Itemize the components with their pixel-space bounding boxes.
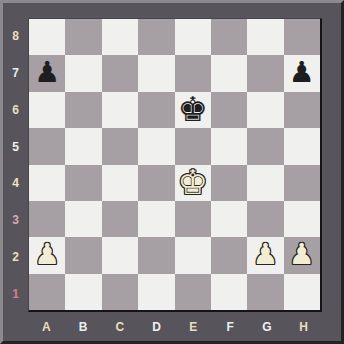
- square-a3[interactable]: [29, 201, 65, 237]
- chess-board[interactable]: ♟♟♚♚♟♟♟: [28, 18, 322, 312]
- square-b3[interactable]: [65, 201, 101, 237]
- square-g6[interactable]: [247, 92, 283, 128]
- square-d4[interactable]: [138, 165, 174, 201]
- square-e2[interactable]: [175, 237, 211, 273]
- square-g1[interactable]: [247, 274, 283, 310]
- square-a6[interactable]: [29, 92, 65, 128]
- rank-label-2: 2: [3, 239, 28, 276]
- file-label-f: F: [212, 314, 249, 339]
- square-d8[interactable]: [138, 19, 174, 55]
- square-a8[interactable]: [29, 19, 65, 55]
- square-h4[interactable]: [284, 165, 320, 201]
- square-c2[interactable]: [102, 237, 138, 273]
- black-pawn[interactable]: ♟: [289, 58, 315, 87]
- square-c5[interactable]: [102, 128, 138, 164]
- file-label-a: A: [28, 314, 65, 339]
- chess-diagram-frame: 87654321 ♟♟♚♚♟♟♟ ABCDEFGH: [0, 0, 344, 344]
- square-d6[interactable]: [138, 92, 174, 128]
- square-a7[interactable]: ♟: [29, 55, 65, 91]
- square-c8[interactable]: [102, 19, 138, 55]
- rank-label-3: 3: [3, 202, 28, 239]
- rank-label-5: 5: [3, 128, 28, 165]
- square-e8[interactable]: [175, 19, 211, 55]
- square-f4[interactable]: [211, 165, 247, 201]
- square-b4[interactable]: [65, 165, 101, 201]
- white-pawn[interactable]: ♟: [252, 240, 278, 269]
- square-a5[interactable]: [29, 128, 65, 164]
- square-a2[interactable]: ♟: [29, 237, 65, 273]
- square-d3[interactable]: [138, 201, 174, 237]
- white-pawn[interactable]: ♟: [34, 240, 60, 269]
- rank-label-7: 7: [3, 55, 28, 92]
- file-label-d: D: [138, 314, 175, 339]
- square-h1[interactable]: [284, 274, 320, 310]
- square-e3[interactable]: [175, 201, 211, 237]
- square-c6[interactable]: [102, 92, 138, 128]
- square-b6[interactable]: [65, 92, 101, 128]
- square-g4[interactable]: [247, 165, 283, 201]
- file-label-b: B: [65, 314, 102, 339]
- square-b8[interactable]: [65, 19, 101, 55]
- square-f6[interactable]: [211, 92, 247, 128]
- square-f2[interactable]: [211, 237, 247, 273]
- square-c7[interactable]: [102, 55, 138, 91]
- square-h3[interactable]: [284, 201, 320, 237]
- black-pawn[interactable]: ♟: [34, 58, 60, 87]
- square-c4[interactable]: [102, 165, 138, 201]
- square-c1[interactable]: [102, 274, 138, 310]
- file-label-c: C: [102, 314, 139, 339]
- square-a4[interactable]: [29, 165, 65, 201]
- file-label-g: G: [249, 314, 286, 339]
- square-b1[interactable]: [65, 274, 101, 310]
- square-d1[interactable]: [138, 274, 174, 310]
- square-h7[interactable]: ♟: [284, 55, 320, 91]
- square-e6[interactable]: ♚: [175, 92, 211, 128]
- square-e7[interactable]: [175, 55, 211, 91]
- square-f3[interactable]: [211, 201, 247, 237]
- square-c3[interactable]: [102, 201, 138, 237]
- square-e4[interactable]: ♚: [175, 165, 211, 201]
- file-label-e: E: [175, 314, 212, 339]
- rank-label-8: 8: [3, 18, 28, 55]
- square-d5[interactable]: [138, 128, 174, 164]
- white-pawn[interactable]: ♟: [289, 240, 315, 269]
- rank-label-6: 6: [3, 92, 28, 129]
- square-h8[interactable]: [284, 19, 320, 55]
- rank-label-4: 4: [3, 165, 28, 202]
- square-g7[interactable]: [247, 55, 283, 91]
- white-king[interactable]: ♚: [177, 165, 207, 199]
- square-g8[interactable]: [247, 19, 283, 55]
- file-label-h: H: [285, 314, 322, 339]
- square-a1[interactable]: [29, 274, 65, 310]
- square-h2[interactable]: ♟: [284, 237, 320, 273]
- black-king[interactable]: ♚: [177, 92, 207, 126]
- square-f7[interactable]: [211, 55, 247, 91]
- rank-labels: 87654321: [3, 18, 28, 312]
- square-f5[interactable]: [211, 128, 247, 164]
- square-f1[interactable]: [211, 274, 247, 310]
- rank-label-1: 1: [3, 275, 28, 312]
- square-b2[interactable]: [65, 237, 101, 273]
- square-h6[interactable]: [284, 92, 320, 128]
- square-e5[interactable]: [175, 128, 211, 164]
- square-g2[interactable]: ♟: [247, 237, 283, 273]
- square-e1[interactable]: [175, 274, 211, 310]
- square-d2[interactable]: [138, 237, 174, 273]
- square-d7[interactable]: [138, 55, 174, 91]
- square-g3[interactable]: [247, 201, 283, 237]
- square-h5[interactable]: [284, 128, 320, 164]
- file-labels: ABCDEFGH: [28, 314, 322, 339]
- square-b7[interactable]: [65, 55, 101, 91]
- square-f8[interactable]: [211, 19, 247, 55]
- square-g5[interactable]: [247, 128, 283, 164]
- square-b5[interactable]: [65, 128, 101, 164]
